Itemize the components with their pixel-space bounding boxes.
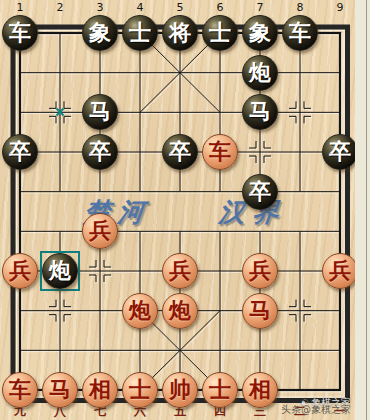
point-f5-r10[interactable]: 帅 bbox=[160, 370, 200, 410]
point-f9-r2[interactable] bbox=[320, 53, 360, 93]
piece-red-soldier[interactable]: 兵 bbox=[322, 253, 358, 289]
piece-red-horse[interactable]: 马 bbox=[42, 372, 78, 408]
point-f2-r2[interactable] bbox=[40, 53, 80, 93]
piece-glyph: 马 bbox=[249, 101, 271, 123]
point-f2-r7[interactable]: 炮 bbox=[40, 251, 80, 291]
point-f8-r7[interactable] bbox=[280, 251, 320, 291]
point-f8-r5[interactable] bbox=[280, 172, 320, 212]
file-label-top-9: 9 bbox=[329, 1, 351, 14]
file-label-top-7: 7 bbox=[249, 1, 271, 14]
point-f8-r2[interactable] bbox=[280, 53, 320, 93]
point-f1-r1[interactable]: 车 bbox=[0, 13, 40, 53]
point-f6-r3[interactable] bbox=[200, 92, 240, 132]
piece-glyph: 帅 bbox=[169, 379, 191, 401]
point-f5-r9[interactable] bbox=[160, 330, 200, 370]
xiangqi-board: 123456789 九八七六五四三二一 楚河 汉界 车象士将士象车炮马马卒卒卒车… bbox=[0, 0, 355, 420]
point-f6-r10[interactable]: 士 bbox=[200, 370, 240, 410]
piece-red-cannon[interactable]: 炮 bbox=[122, 293, 158, 329]
point-f1-r8[interactable] bbox=[0, 291, 40, 331]
piece-glyph: 卒 bbox=[89, 141, 111, 163]
piece-black-elephant[interactable]: 象 bbox=[82, 15, 118, 51]
point-f5-r1[interactable]: 将 bbox=[160, 13, 200, 53]
point-f4-r8[interactable]: 炮 bbox=[120, 291, 160, 331]
point-f5-r4[interactable]: 卒 bbox=[160, 132, 200, 172]
point-f8-r9[interactable] bbox=[280, 330, 320, 370]
point-f8-r3[interactable] bbox=[280, 92, 320, 132]
point-f4-r3[interactable] bbox=[120, 92, 160, 132]
piece-glyph: 车 bbox=[209, 141, 231, 163]
point-f9-r9[interactable] bbox=[320, 330, 360, 370]
point-f1-r9[interactable] bbox=[0, 330, 40, 370]
move-origin-marker bbox=[55, 103, 66, 122]
point-f8-r4[interactable] bbox=[280, 132, 320, 172]
point-f7-r3[interactable]: 马 bbox=[240, 92, 280, 132]
point-f9-r8[interactable] bbox=[320, 291, 360, 331]
point-f6-r5[interactable] bbox=[200, 172, 240, 212]
piece-glyph: 将 bbox=[169, 22, 191, 44]
point-f3-r1[interactable]: 象 bbox=[80, 13, 120, 53]
piece-glyph: 象 bbox=[249, 22, 271, 44]
piece-black-elephant[interactable]: 象 bbox=[242, 15, 278, 51]
piece-glyph: 相 bbox=[89, 379, 111, 401]
piece-red-cannon[interactable]: 炮 bbox=[162, 293, 198, 329]
piece-glyph: 卒 bbox=[9, 141, 31, 163]
point-f5-r2[interactable] bbox=[160, 53, 200, 93]
point-f5-r6[interactable] bbox=[160, 211, 200, 251]
piece-glyph: 炮 bbox=[169, 300, 191, 322]
point-f1-r4[interactable]: 卒 bbox=[0, 132, 40, 172]
piece-black-soldier[interactable]: 卒 bbox=[2, 134, 38, 170]
piece-glyph: 马 bbox=[89, 101, 111, 123]
xiangqi-app-window: 123456789 九八七六五四三二一 楚河 汉界 车象士将士象车炮马马卒卒卒车… bbox=[0, 0, 370, 420]
point-f2-r8[interactable] bbox=[40, 291, 80, 331]
piece-black-rook[interactable]: 车 bbox=[2, 15, 38, 51]
file-label-top-4: 4 bbox=[129, 1, 151, 14]
point-f3-r6[interactable]: 兵 bbox=[80, 211, 120, 251]
point-f2-r9[interactable] bbox=[40, 330, 80, 370]
point-f2-r5[interactable] bbox=[40, 172, 80, 212]
point-f7-r9[interactable] bbox=[240, 330, 280, 370]
point-f7-r1[interactable]: 象 bbox=[240, 13, 280, 53]
piece-glyph: 象 bbox=[89, 22, 111, 44]
point-f3-r8[interactable] bbox=[80, 291, 120, 331]
point-f6-r8[interactable] bbox=[200, 291, 240, 331]
piece-glyph: 炮 bbox=[49, 260, 71, 282]
point-f2-r3[interactable] bbox=[40, 92, 80, 132]
file-label-top-6: 6 bbox=[209, 1, 231, 14]
point-f2-r4[interactable] bbox=[40, 132, 80, 172]
point-f9-r6[interactable] bbox=[320, 211, 360, 251]
piece-glyph: 炮 bbox=[249, 62, 271, 84]
piece-red-elephant[interactable]: 相 bbox=[82, 372, 118, 408]
point-f8-r6[interactable] bbox=[280, 211, 320, 251]
file-label-top-5: 5 bbox=[169, 1, 191, 14]
point-f8-r1[interactable]: 车 bbox=[280, 13, 320, 53]
point-f7-r4[interactable] bbox=[240, 132, 280, 172]
point-f6-r2[interactable] bbox=[200, 53, 240, 93]
file-label-top-3: 3 bbox=[89, 1, 111, 14]
watermark: ☯象棋之家 头条@象棋之家 bbox=[281, 398, 351, 415]
piece-glyph: 卒 bbox=[329, 141, 351, 163]
point-f3-r10[interactable]: 相 bbox=[80, 370, 120, 410]
piece-glyph: 兵 bbox=[169, 260, 191, 282]
piece-glyph: 兵 bbox=[9, 260, 31, 282]
point-f1-r2[interactable] bbox=[0, 53, 40, 93]
gutter-divider-line bbox=[366, 0, 367, 420]
point-f6-r9[interactable] bbox=[200, 330, 240, 370]
piece-black-soldier[interactable]: 卒 bbox=[322, 134, 358, 170]
point-f2-r1[interactable] bbox=[40, 13, 80, 53]
piece-red-soldier[interactable]: 兵 bbox=[162, 253, 198, 289]
point-f9-r1[interactable] bbox=[320, 13, 360, 53]
piece-glyph: 车 bbox=[289, 22, 311, 44]
point-f7-r5[interactable]: 卒 bbox=[240, 172, 280, 212]
point-f4-r10[interactable]: 士 bbox=[120, 370, 160, 410]
piece-glyph: 相 bbox=[249, 379, 271, 401]
piece-red-soldier[interactable]: 兵 bbox=[82, 213, 118, 249]
point-f1-r6[interactable] bbox=[0, 211, 40, 251]
piece-glyph: 兵 bbox=[249, 260, 271, 282]
point-f7-r7[interactable]: 兵 bbox=[240, 251, 280, 291]
point-f3-r5[interactable] bbox=[80, 172, 120, 212]
point-f4-r7[interactable] bbox=[120, 251, 160, 291]
point-f6-r4[interactable]: 车 bbox=[200, 132, 240, 172]
point-f7-r10[interactable]: 相 bbox=[240, 370, 280, 410]
piece-black-horse[interactable]: 马 bbox=[242, 94, 278, 130]
watermark-line2: 头条@象棋之家 bbox=[281, 405, 351, 415]
piece-red-soldier[interactable]: 兵 bbox=[2, 253, 38, 289]
point-f1-r7[interactable]: 兵 bbox=[0, 251, 40, 291]
piece-glyph: 卒 bbox=[249, 181, 271, 203]
piece-glyph: 士 bbox=[209, 22, 231, 44]
piece-glyph: 车 bbox=[9, 379, 31, 401]
piece-red-rook[interactable]: 车 bbox=[2, 372, 38, 408]
point-f4-r5[interactable] bbox=[120, 172, 160, 212]
point-f6-r7[interactable] bbox=[200, 251, 240, 291]
piece-glyph: 兵 bbox=[89, 220, 111, 242]
piece-red-advisor[interactable]: 士 bbox=[122, 372, 158, 408]
piece-black-horse[interactable]: 马 bbox=[82, 94, 118, 130]
piece-glyph: 兵 bbox=[329, 260, 351, 282]
piece-black-advisor[interactable]: 士 bbox=[202, 15, 238, 51]
file-label-top-2: 2 bbox=[49, 1, 71, 14]
piece-red-elephant[interactable]: 相 bbox=[242, 372, 278, 408]
point-f3-r9[interactable] bbox=[80, 330, 120, 370]
point-f5-r7[interactable]: 兵 bbox=[160, 251, 200, 291]
piece-red-horse[interactable]: 马 bbox=[242, 293, 278, 329]
file-label-top-1: 1 bbox=[9, 1, 31, 14]
piece-glyph: 车 bbox=[9, 22, 31, 44]
piece-red-soldier[interactable]: 兵 bbox=[242, 253, 278, 289]
piece-glyph: 马 bbox=[249, 300, 271, 322]
piece-red-advisor[interactable]: 士 bbox=[202, 372, 238, 408]
point-f5-r8[interactable]: 炮 bbox=[160, 291, 200, 331]
point-f4-r2[interactable] bbox=[120, 53, 160, 93]
point-f6-r6[interactable] bbox=[200, 211, 240, 251]
point-f9-r7[interactable]: 兵 bbox=[320, 251, 360, 291]
point-f7-r8[interactable]: 马 bbox=[240, 291, 280, 331]
piece-black-advisor[interactable]: 士 bbox=[122, 15, 158, 51]
piece-glyph: 士 bbox=[129, 22, 151, 44]
point-f3-r3[interactable]: 马 bbox=[80, 92, 120, 132]
piece-black-soldier[interactable]: 卒 bbox=[242, 174, 278, 210]
point-f4-r4[interactable] bbox=[120, 132, 160, 172]
piece-glyph: 士 bbox=[209, 379, 231, 401]
piece-glyph: 士 bbox=[129, 379, 151, 401]
piece-black-rook[interactable]: 车 bbox=[282, 15, 318, 51]
point-f4-r6[interactable] bbox=[120, 211, 160, 251]
piece-black-soldier[interactable]: 卒 bbox=[162, 134, 198, 170]
piece-glyph: 炮 bbox=[129, 300, 151, 322]
piece-black-cannon[interactable]: 炮 bbox=[242, 55, 278, 91]
point-f4-r9[interactable] bbox=[120, 330, 160, 370]
piece-black-cannon[interactable]: 炮 bbox=[42, 253, 78, 289]
file-label-top-8: 8 bbox=[289, 1, 311, 14]
piece-glyph: 马 bbox=[49, 379, 71, 401]
point-f7-r2[interactable]: 炮 bbox=[240, 53, 280, 93]
point-f1-r5[interactable] bbox=[0, 172, 40, 212]
point-f2-r10[interactable]: 马 bbox=[40, 370, 80, 410]
point-f9-r5[interactable] bbox=[320, 172, 360, 212]
piece-red-general[interactable]: 帅 bbox=[162, 372, 198, 408]
point-f1-r3[interactable] bbox=[0, 92, 40, 132]
piece-black-general[interactable]: 将 bbox=[162, 15, 198, 51]
piece-black-soldier[interactable]: 卒 bbox=[82, 134, 118, 170]
point-f8-r8[interactable] bbox=[280, 291, 320, 331]
point-f2-r6[interactable] bbox=[40, 211, 80, 251]
point-f3-r4[interactable]: 卒 bbox=[80, 132, 120, 172]
point-f3-r2[interactable] bbox=[80, 53, 120, 93]
piece-red-rook[interactable]: 车 bbox=[202, 134, 238, 170]
window-right-gutter bbox=[355, 0, 370, 420]
point-f4-r1[interactable]: 士 bbox=[120, 13, 160, 53]
point-f9-r4[interactable]: 卒 bbox=[320, 132, 360, 172]
point-f5-r5[interactable] bbox=[160, 172, 200, 212]
point-f9-r3[interactable] bbox=[320, 92, 360, 132]
board-intersections-grid: 车象士将士象车炮马马卒卒卒车卒卒兵兵炮兵兵兵炮炮马车马相士帅士相 bbox=[0, 13, 360, 410]
point-f7-r6[interactable] bbox=[240, 211, 280, 251]
piece-glyph: 卒 bbox=[169, 141, 191, 163]
point-f1-r10[interactable]: 车 bbox=[0, 370, 40, 410]
point-f6-r1[interactable]: 士 bbox=[200, 13, 240, 53]
point-f5-r3[interactable] bbox=[160, 92, 200, 132]
point-f3-r7[interactable] bbox=[80, 251, 120, 291]
